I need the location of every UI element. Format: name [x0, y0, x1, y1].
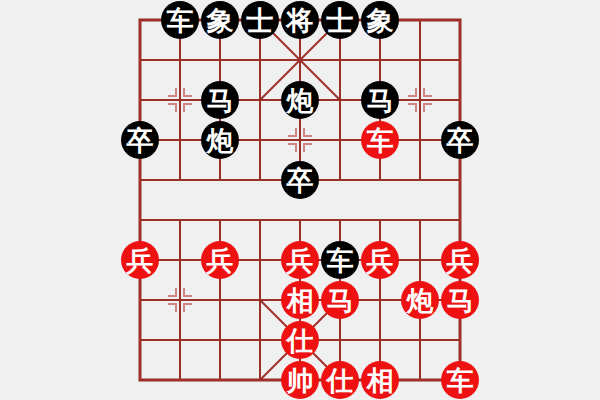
piece-red-elephant[interactable]: 相 [281, 281, 319, 319]
piece-red-chariot[interactable]: 车 [441, 361, 479, 399]
board-cell: 相 [280, 280, 320, 320]
xiangqi-app: 车象士将士象马炮马卒炮卒卒车车兵兵兵兵兵相马炮马仕帅仕相车 [0, 0, 600, 400]
board-cell: 卒 [280, 160, 320, 200]
piece-black-horse[interactable]: 马 [201, 81, 239, 119]
piece-black-chariot[interactable]: 车 [161, 1, 199, 39]
piece-black-cannon[interactable]: 炮 [281, 81, 319, 119]
board-cell: 卒 [440, 120, 480, 160]
board-cell: 相 [360, 360, 400, 400]
board-cell: 士 [320, 0, 360, 40]
piece-black-advisor[interactable]: 士 [321, 1, 359, 39]
board-cell: 车 [160, 0, 200, 40]
board-cell: 马 [200, 80, 240, 120]
board-cell: 仕 [320, 360, 360, 400]
board-cell: 将 [280, 0, 320, 40]
board-cell: 车 [320, 240, 360, 280]
board-cell: 兵 [360, 240, 400, 280]
board-cell: 帅 [280, 360, 320, 400]
piece-red-general[interactable]: 帅 [281, 361, 319, 399]
board-cell: 兵 [200, 240, 240, 280]
piece-black-elephant[interactable]: 象 [361, 1, 399, 39]
board-cell: 车 [440, 360, 480, 400]
piece-red-cannon[interactable]: 炮 [401, 281, 439, 319]
piece-black-general[interactable]: 将 [281, 1, 319, 39]
piece-red-advisor[interactable]: 仕 [321, 361, 359, 399]
piece-black-horse[interactable]: 马 [361, 81, 399, 119]
piece-red-elephant[interactable]: 相 [361, 361, 399, 399]
piece-red-pawn[interactable]: 兵 [281, 241, 319, 279]
board-cell: 士 [240, 0, 280, 40]
piece-red-pawn[interactable]: 兵 [441, 241, 479, 279]
piece-black-chariot[interactable]: 车 [321, 241, 359, 279]
board-cell: 仕 [280, 320, 320, 360]
board-cell: 炮 [200, 120, 240, 160]
piece-black-elephant[interactable]: 象 [201, 1, 239, 39]
board-cell: 马 [360, 80, 400, 120]
piece-red-horse[interactable]: 马 [321, 281, 359, 319]
piece-red-pawn[interactable]: 兵 [201, 241, 239, 279]
board-cell: 马 [440, 280, 480, 320]
board-cell: 兵 [440, 240, 480, 280]
board-cell: 炮 [400, 280, 440, 320]
board-cell: 象 [200, 0, 240, 40]
piece-black-pawn[interactable]: 卒 [441, 121, 479, 159]
board-cell: 炮 [280, 80, 320, 120]
piece-red-chariot[interactable]: 车 [361, 121, 399, 159]
piece-red-pawn[interactable]: 兵 [121, 241, 159, 279]
board-cell: 兵 [280, 240, 320, 280]
board-cell: 车 [360, 120, 400, 160]
piece-red-horse[interactable]: 马 [441, 281, 479, 319]
xiangqi-board: 车象士将士象马炮马卒炮卒卒车车兵兵兵兵兵相马炮马仕帅仕相车 [120, 0, 480, 400]
board-cell: 兵 [120, 240, 160, 280]
piece-red-advisor[interactable]: 仕 [281, 321, 319, 359]
piece-red-pawn[interactable]: 兵 [361, 241, 399, 279]
piece-black-cannon[interactable]: 炮 [201, 121, 239, 159]
piece-black-pawn[interactable]: 卒 [121, 121, 159, 159]
piece-black-advisor[interactable]: 士 [241, 1, 279, 39]
board-cell: 马 [320, 280, 360, 320]
board-cell: 卒 [120, 120, 160, 160]
board-cell: 象 [360, 0, 400, 40]
piece-black-pawn[interactable]: 卒 [281, 161, 319, 199]
